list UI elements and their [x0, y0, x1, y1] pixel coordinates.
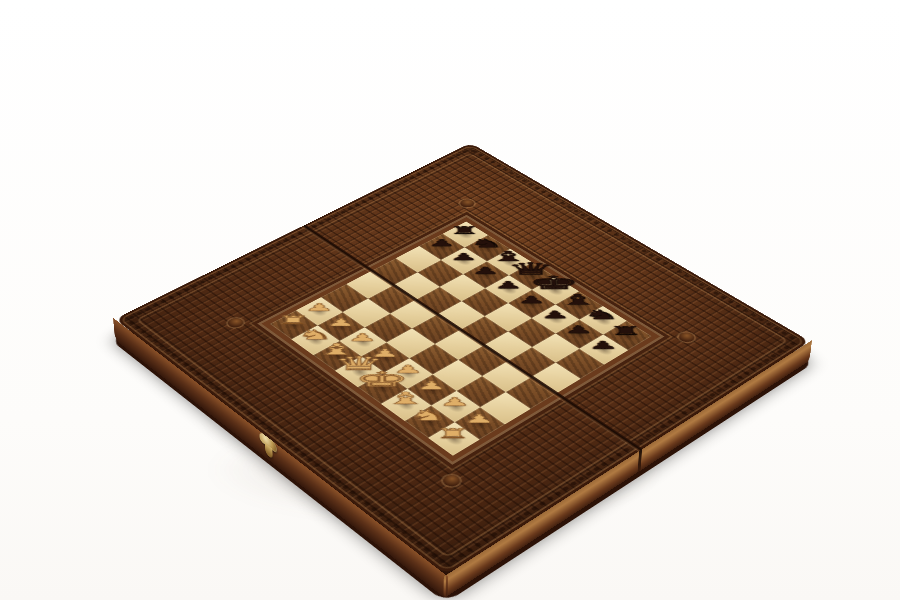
piece-shadow — [412, 410, 447, 433]
black-rook-h8: ♜ — [609, 325, 644, 337]
square-f5 — [483, 332, 531, 362]
square-h3 — [481, 392, 531, 424]
square-f3 — [433, 360, 482, 391]
inner-border-line — [136, 153, 789, 558]
white-king-e1: ♚ — [354, 369, 410, 390]
black-pawn-h7: ♟ — [588, 340, 619, 351]
square-g3 — [457, 376, 507, 407]
white-pawn-e2: ♟ — [393, 363, 423, 374]
box-top-basketweave: ♜♞♝♛♚♝♞♜♟♟♟♟♟♟♟♟♟♟♟♟♟♟♟♟♜♞♝♛♚♝♞♜ — [115, 143, 811, 575]
piece-shadow — [438, 395, 473, 418]
white-pawn-b2: ♟ — [326, 317, 356, 328]
corner-medallion — [676, 331, 697, 344]
white-pawn-f2: ♟ — [416, 380, 447, 391]
white-knight-g1: ♞ — [410, 408, 449, 423]
black-pawn-e7: ♟ — [516, 295, 546, 305]
black-pawn-a7: ♟ — [428, 238, 456, 248]
white-pawn-g2: ♟ — [439, 396, 470, 408]
square-d1: ♛ — [335, 357, 384, 388]
piece-shadow — [391, 363, 425, 385]
corner-medallion — [440, 473, 463, 489]
square-g5 — [507, 347, 556, 377]
square-h1: ♜ — [428, 422, 479, 455]
square-h7: ♟ — [580, 335, 628, 365]
square-g6 — [531, 333, 579, 363]
square-f2: ♟ — [407, 374, 456, 405]
piece-shadow — [365, 377, 399, 399]
white-queen-d1: ♛ — [333, 354, 385, 373]
black-pawn-b7: ♟ — [449, 252, 478, 262]
piece-shadow — [343, 361, 377, 383]
square-h4 — [506, 377, 556, 408]
black-king-e8: ♚ — [527, 273, 581, 291]
square-g1: ♞ — [404, 405, 454, 438]
square-d2: ♟ — [361, 342, 409, 372]
chess-box-body: ♜♞♝♛♚♝♞♜♟♟♟♟♟♟♟♟♟♟♟♟♟♟♟♟♜♞♝♛♚♝♞♜ — [115, 143, 811, 575]
black-rook-a8: ♜ — [449, 225, 480, 236]
piece-shadow — [369, 347, 403, 368]
black-knight-g8: ♞ — [583, 308, 621, 321]
piece-shadow — [436, 427, 471, 450]
black-bishop-f8: ♝ — [557, 292, 600, 307]
white-bishop-f1: ♝ — [383, 389, 427, 406]
piece-shadow — [388, 393, 423, 416]
black-pawn-g7: ♟ — [563, 324, 594, 335]
square-d3 — [387, 328, 435, 358]
square-e1: ♚ — [358, 372, 407, 403]
square-h5 — [531, 363, 580, 394]
white-rook-h1: ♜ — [435, 427, 471, 441]
white-rook-a1: ♜ — [276, 314, 310, 326]
black-pawn-f7: ♟ — [540, 309, 570, 319]
piece-shadow — [415, 379, 449, 401]
square-g4 — [482, 361, 531, 392]
square-f1: ♝ — [381, 389, 431, 421]
square-e3 — [410, 344, 459, 374]
piece-shadow — [462, 412, 497, 435]
white-pawn-a2: ♟ — [304, 302, 334, 312]
white-pawn-h2: ♟ — [463, 413, 495, 425]
square-g2: ♟ — [431, 390, 481, 422]
square-e4 — [435, 330, 483, 360]
product-photo-background: ♜♞♝♛♚♝♞♜♟♟♟♟♟♟♟♟♟♟♟♟♟♟♟♟♜♞♝♛♚♝♞♜ — [0, 0, 900, 600]
square-h6 — [556, 349, 605, 379]
black-pawn-c7: ♟ — [471, 266, 500, 276]
square-e2: ♟ — [384, 358, 433, 389]
scene: ♜♞♝♛♚♝♞♜♟♟♟♟♟♟♟♟♟♟♟♟♟♟♟♟♜♞♝♛♚♝♞♜ — [0, 0, 900, 600]
black-pawn-d7: ♟ — [494, 280, 523, 290]
square-f4 — [458, 345, 507, 375]
square-h2: ♟ — [455, 407, 506, 440]
